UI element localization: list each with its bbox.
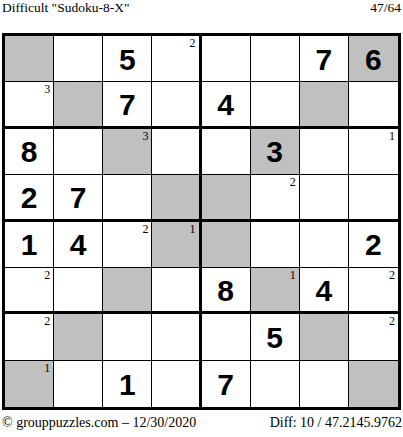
header: Difficult "Sudoku-8-X" 47/64 <box>2 0 401 15</box>
cell-r8c5[interactable]: 7 <box>202 361 251 407</box>
corner-number: 2 <box>44 314 50 328</box>
cell-r2c3[interactable]: 7 <box>103 82 152 128</box>
cell-r8c2[interactable] <box>54 361 103 407</box>
corner-number: 2 <box>389 314 395 328</box>
cell-r1c8[interactable]: 6 <box>349 36 398 82</box>
cell-r8c6[interactable] <box>251 361 300 407</box>
cell-r7c3[interactable] <box>103 314 152 360</box>
cell-r3c8[interactable]: 1 <box>349 129 398 175</box>
cell-r4c4[interactable] <box>152 175 201 221</box>
cell-r7c5[interactable] <box>202 314 251 360</box>
cell-r5c2[interactable]: 4 <box>54 222 103 268</box>
difficulty-text: Diff: 10 / 47.2145.9762 <box>270 414 402 431</box>
cell-r6c8[interactable]: 2 <box>349 268 398 314</box>
corner-number: 2 <box>142 222 148 236</box>
corner-number: 2 <box>290 175 296 189</box>
cell-r7c2[interactable] <box>54 314 103 360</box>
cell-r3c6[interactable]: 3 <box>251 129 300 175</box>
cell-r1c6[interactable] <box>251 36 300 82</box>
cell-r3c2[interactable] <box>54 129 103 175</box>
given-digit: 3 <box>266 135 283 167</box>
cell-r7c7[interactable] <box>300 314 349 360</box>
corner-number: 1 <box>190 222 196 236</box>
cell-r5c4[interactable]: 1 <box>152 222 201 268</box>
cell-r7c6[interactable]: 5 <box>251 314 300 360</box>
given-digit: 4 <box>217 88 234 120</box>
corner-number: 2 <box>389 268 395 282</box>
given-digit: 7 <box>119 88 136 120</box>
cell-r2c1[interactable]: 3 <box>5 82 54 128</box>
corner-number: 3 <box>142 129 148 143</box>
cell-r1c5[interactable] <box>202 36 251 82</box>
cell-r1c1[interactable] <box>5 36 54 82</box>
cell-r8c4[interactable] <box>152 361 201 407</box>
cell-r8c7[interactable] <box>300 361 349 407</box>
cell-r2c8[interactable] <box>349 82 398 128</box>
cell-r1c7[interactable]: 7 <box>300 36 349 82</box>
given-digit: 2 <box>365 228 382 260</box>
progress-counter: 47/64 <box>370 0 401 15</box>
cell-r2c5[interactable]: 4 <box>202 82 251 128</box>
cell-r8c1[interactable]: 1 <box>5 361 54 407</box>
cell-r4c3[interactable] <box>103 175 152 221</box>
cell-r4c6[interactable]: 2 <box>251 175 300 221</box>
cell-r6c6[interactable]: 1 <box>251 268 300 314</box>
cell-r5c8[interactable]: 2 <box>349 222 398 268</box>
cell-r3c1[interactable]: 8 <box>5 129 54 175</box>
cell-r3c5[interactable] <box>202 129 251 175</box>
given-digit: 4 <box>70 228 87 260</box>
cell-r8c8[interactable] <box>349 361 398 407</box>
footer: © grouppuzzles.com – 12/30/2020 Diff: 10… <box>2 414 402 431</box>
puzzle-page: Difficult "Sudoku-8-X" 47/64 52763748331… <box>0 0 403 437</box>
cell-r5c3[interactable]: 2 <box>103 222 152 268</box>
cell-r6c4[interactable] <box>152 268 201 314</box>
cell-r4c2[interactable]: 7 <box>54 175 103 221</box>
sudoku-board: 527637483312721421228142252117 <box>2 33 401 410</box>
cell-r3c3[interactable]: 3 <box>103 129 152 175</box>
cell-r1c2[interactable] <box>54 36 103 82</box>
copyright-text: © grouppuzzles.com – 12/30/2020 <box>2 414 196 431</box>
given-digit: 8 <box>217 274 234 306</box>
cell-r3c4[interactable] <box>152 129 201 175</box>
given-digit: 1 <box>21 228 38 260</box>
given-digit: 8 <box>21 135 38 167</box>
cell-r7c1[interactable]: 2 <box>5 314 54 360</box>
cell-r4c1[interactable]: 2 <box>5 175 54 221</box>
given-digit: 7 <box>315 43 332 75</box>
cell-r5c5[interactable] <box>202 222 251 268</box>
corner-number: 1 <box>290 268 296 282</box>
cell-r6c1[interactable]: 2 <box>5 268 54 314</box>
cell-r7c4[interactable] <box>152 314 201 360</box>
corner-number: 1 <box>44 361 50 375</box>
corner-number: 2 <box>190 36 196 50</box>
corner-number: 2 <box>44 268 50 282</box>
cell-r4c8[interactable] <box>349 175 398 221</box>
cell-r1c3[interactable]: 5 <box>103 36 152 82</box>
cell-r5c6[interactable] <box>251 222 300 268</box>
given-digit: 7 <box>70 181 87 213</box>
cell-r6c2[interactable] <box>54 268 103 314</box>
corner-number: 3 <box>44 82 50 96</box>
cell-r3c7[interactable] <box>300 129 349 175</box>
cell-r5c1[interactable]: 1 <box>5 222 54 268</box>
cell-r6c7[interactable]: 4 <box>300 268 349 314</box>
cell-r8c3[interactable]: 1 <box>103 361 152 407</box>
puzzle-title: Difficult "Sudoku-8-X" <box>2 0 129 15</box>
cell-r6c3[interactable] <box>103 268 152 314</box>
cell-r2c2[interactable] <box>54 82 103 128</box>
cell-r2c4[interactable] <box>152 82 201 128</box>
cell-r4c5[interactable] <box>202 175 251 221</box>
cell-r4c7[interactable] <box>300 175 349 221</box>
given-digit: 5 <box>119 43 136 75</box>
given-digit: 7 <box>217 368 234 400</box>
corner-number: 1 <box>389 129 395 143</box>
given-digit: 6 <box>365 43 382 75</box>
cell-r5c7[interactable] <box>300 222 349 268</box>
given-digit: 4 <box>315 274 332 306</box>
given-digit: 5 <box>266 321 283 353</box>
cell-r6c5[interactable]: 8 <box>202 268 251 314</box>
given-digit: 1 <box>119 368 136 400</box>
cell-r2c6[interactable] <box>251 82 300 128</box>
given-digit: 2 <box>21 181 38 213</box>
cell-r1c4[interactable]: 2 <box>152 36 201 82</box>
cell-r7c8[interactable]: 2 <box>349 314 398 360</box>
cell-r2c7[interactable] <box>300 82 349 128</box>
